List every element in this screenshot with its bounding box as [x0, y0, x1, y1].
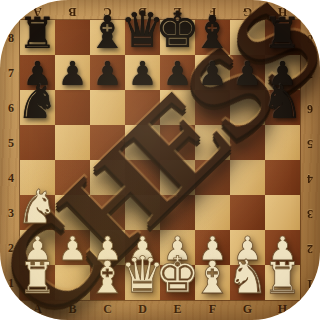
- pieces-layer: ♜♝♛♚♝♜♟♟♟♟♟♟♟♟♞♞♞♟♟♟♟♟♟♟♟♜♝♛♚♝♞♜: [20, 20, 300, 300]
- black-pawn-d7: ♟: [125, 32, 160, 90]
- white-rook-h1: ♜: [265, 242, 300, 300]
- rank-label-right-1: 1: [301, 276, 319, 291]
- file-label-bottom-D: D: [125, 302, 160, 317]
- rank-label-left-5: 5: [2, 136, 20, 151]
- file-label-top-B: B: [55, 4, 90, 19]
- file-label-bottom-E: E: [160, 302, 195, 317]
- black-knight-a6: ♞: [20, 67, 55, 125]
- white-king-e1: ♚: [160, 242, 195, 300]
- chess-app-icon[interactable]: ABCDEFGHABCDEFGH8765432187654321 CHESS ♜…: [0, 0, 320, 320]
- file-label-bottom-H: H: [265, 302, 300, 317]
- file-label-bottom-F: F: [195, 302, 230, 317]
- black-pawn-g7: ♟: [230, 32, 265, 90]
- black-pawn-f7: ♟: [195, 32, 230, 90]
- white-knight-g1: ♞: [230, 242, 265, 300]
- black-pawn-e7: ♟: [160, 32, 195, 90]
- rank-label-right-5: 5: [301, 136, 319, 151]
- white-rook-a1: ♜: [20, 242, 55, 300]
- file-label-bottom-G: G: [230, 302, 265, 317]
- black-knight-h6: ♞: [265, 67, 300, 125]
- white-bishop-f1: ♝: [195, 242, 230, 300]
- black-pawn-b7: ♟: [55, 32, 90, 90]
- white-pawn-b2: ♟: [55, 207, 90, 265]
- rank-label-right-4: 4: [301, 171, 319, 186]
- black-pawn-c7: ♟: [90, 32, 125, 90]
- rank-label-right-3: 3: [301, 206, 319, 221]
- rank-label-right-2: 2: [301, 241, 319, 256]
